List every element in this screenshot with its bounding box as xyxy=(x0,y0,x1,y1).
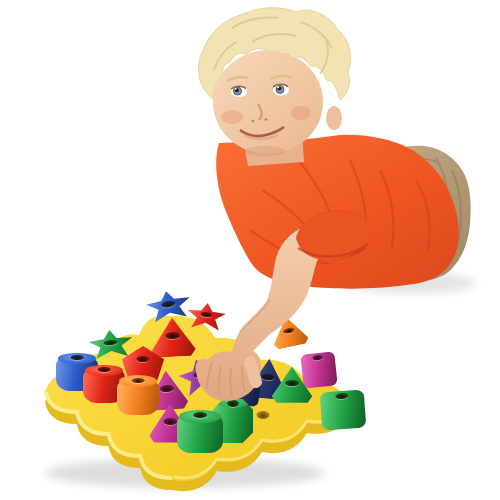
arm-hand-overlay xyxy=(0,0,500,500)
thumb xyxy=(250,362,256,382)
photo-canvas xyxy=(0,0,500,500)
